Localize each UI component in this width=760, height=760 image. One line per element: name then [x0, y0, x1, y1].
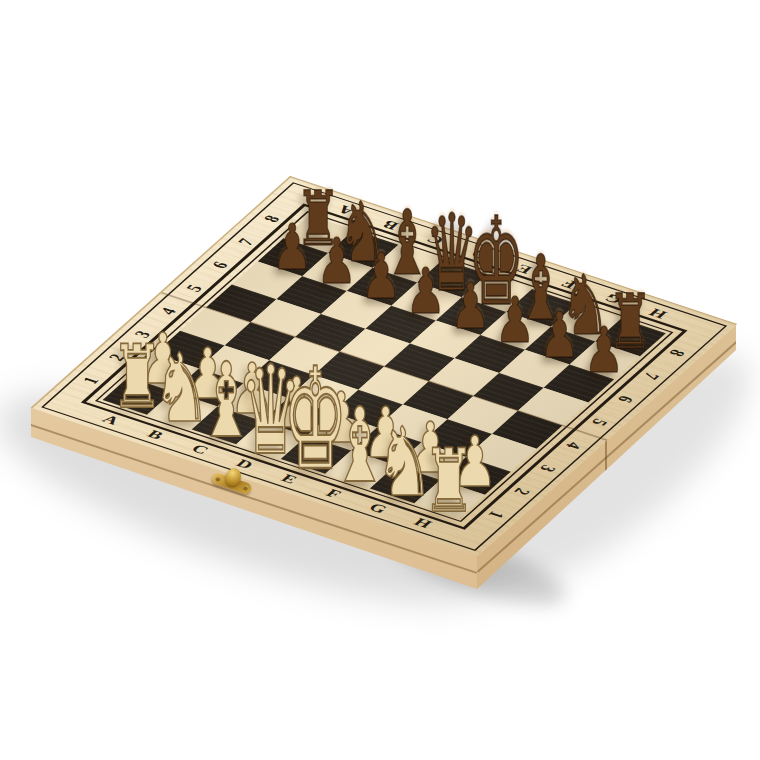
chess-set-photo: AA88BB77CC66DD55EE44FF33GG22HH11 ♜♞♝♛♚♝♞…	[0, 0, 760, 760]
chess-board: AA88BB77CC66DD55EE44FF33GG22HH11	[31, 176, 738, 556]
fold-seam-side	[605, 439, 607, 471]
